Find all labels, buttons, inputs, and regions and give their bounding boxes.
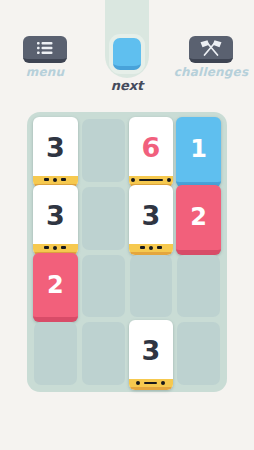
next-tile-track [105,0,149,78]
tile-3-r1c0[interactable]: 3 [33,185,78,255]
face-mark-dot [136,381,140,385]
board-cell-r3c1 [82,322,125,385]
board-cell-r1c0: 3 [34,187,77,250]
tile-number: 1 [176,117,221,182]
menu-group: menu [13,36,77,79]
tile-number: 3 [129,320,174,379]
board-cell-r2c3 [177,255,220,318]
challenges-group: challenges [179,36,243,79]
menu-button[interactable] [23,36,67,63]
board-cell-r0c0: 3 [34,119,77,182]
next-tile-well [109,34,145,74]
face-mark-line [139,179,163,181]
face-mark-dash [44,178,49,181]
face-mark-dash [44,246,49,249]
tile-2-r1c3[interactable]: 2 [176,185,221,255]
tile-3-r0c0[interactable]: 3 [33,117,78,187]
board-cell-r0c1 [82,119,125,182]
face-mark-dot [53,246,57,250]
board[interactable]: 36133223 [27,112,227,392]
tile-2-r2c0[interactable]: 2 [33,253,78,323]
tile-number: 3 [33,185,78,244]
board-cell-r0c2: 6 [130,119,173,182]
tile-number: 3 [33,117,78,176]
tile-6-r0c2[interactable]: 6 [129,117,174,187]
menu-label: menu [26,65,65,79]
face-mark-dot [131,178,135,182]
board-cell-r1c1 [82,187,125,250]
challenges-label: challenges [174,65,249,79]
board-cell-r1c2: 3 [130,187,173,250]
board-cell-r3c3 [177,322,220,385]
face-mark-dash [61,246,66,249]
challenges-button[interactable] [189,36,233,63]
face-mark-dot [167,178,171,182]
next-tile-blue [113,38,141,70]
face-mark-dash [157,246,162,249]
board-cell-r0c3: 1 [177,119,220,182]
crossed-flags-icon [199,39,223,57]
face-mark-dot [53,178,57,182]
face-mark-dot [149,246,153,250]
face-mark-dot [161,381,165,385]
tile-number: 2 [33,253,78,318]
face-mark-dash [61,178,66,181]
next-label: next [95,78,159,93]
tile-3-r1c2[interactable]: 3 [129,185,174,255]
list-icon [34,40,56,56]
board-cell-r3c0 [34,322,77,385]
board-cell-r3c2: 3 [130,322,173,385]
tile-number: 6 [129,117,174,176]
board-cell-r2c0: 2 [34,255,77,318]
tile-number: 2 [176,185,221,250]
threes-app: menu next challenges 36133223 [0,0,254,450]
card-face-strip [129,244,174,255]
tile-1-r0c3[interactable]: 1 [176,117,221,187]
board-cell-r2c1 [82,255,125,318]
tile-number: 3 [129,185,174,244]
face-mark-shortline [144,382,157,384]
board-cell-r1c3: 2 [177,187,220,250]
board-cell-r2c2 [130,255,173,318]
card-face-strip [129,379,174,390]
tile-3-r3c2[interactable]: 3 [129,320,174,390]
face-mark-dash [140,246,145,249]
